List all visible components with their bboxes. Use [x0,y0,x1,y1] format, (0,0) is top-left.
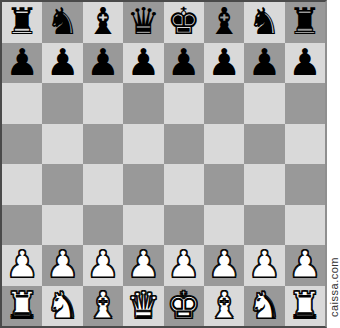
watermark-strip: caissa.com [327,0,340,328]
square-e3[interactable] [164,205,204,246]
square-b6[interactable] [42,83,82,124]
square-e6[interactable] [164,83,204,124]
square-e7[interactable]: ♟ [164,43,204,84]
square-g1[interactable]: ♞ [244,286,284,327]
black-pawn-piece[interactable]: ♟ [248,43,281,83]
square-f8[interactable]: ♝ [204,2,244,43]
square-d3[interactable] [123,205,163,246]
square-c5[interactable] [83,124,123,165]
square-b1[interactable]: ♞ [42,286,82,327]
black-rook-piece[interactable]: ♜ [6,2,39,42]
white-pawn-piece[interactable]: ♟ [127,245,160,285]
square-h7[interactable]: ♟ [285,43,325,84]
square-d6[interactable] [123,83,163,124]
square-e2[interactable]: ♟ [164,245,204,286]
black-queen-piece[interactable]: ♛ [127,2,160,42]
square-f5[interactable] [204,124,244,165]
square-a3[interactable] [2,205,42,246]
black-pawn-piece[interactable]: ♟ [6,43,39,83]
white-bishop-piece[interactable]: ♝ [207,286,240,326]
square-h1[interactable]: ♜ [285,286,325,327]
black-bishop-piece[interactable]: ♝ [86,2,119,42]
square-f4[interactable] [204,164,244,205]
square-a1[interactable]: ♜ [2,286,42,327]
square-d8[interactable]: ♛ [123,2,163,43]
white-pawn-piece[interactable]: ♟ [6,245,39,285]
black-bishop-piece[interactable]: ♝ [207,2,240,42]
square-c6[interactable] [83,83,123,124]
white-bishop-piece[interactable]: ♝ [86,286,119,326]
square-c7[interactable]: ♟ [83,43,123,84]
square-f2[interactable]: ♟ [204,245,244,286]
white-rook-piece[interactable]: ♜ [6,286,39,326]
square-e1[interactable]: ♚ [164,286,204,327]
square-f3[interactable] [204,205,244,246]
square-b5[interactable] [42,124,82,165]
square-g8[interactable]: ♞ [244,2,284,43]
square-g7[interactable]: ♟ [244,43,284,84]
square-b2[interactable]: ♟ [42,245,82,286]
black-rook-piece[interactable]: ♜ [288,2,321,42]
white-pawn-piece[interactable]: ♟ [207,245,240,285]
white-pawn-piece[interactable]: ♟ [167,245,200,285]
square-a8[interactable]: ♜ [2,2,42,43]
square-c2[interactable]: ♟ [83,245,123,286]
chess-board: ♜♞♝♛♚♝♞♜♟♟♟♟♟♟♟♟♟♟♟♟♟♟♟♟♜♞♝♛♚♝♞♜ [0,0,327,328]
square-h4[interactable] [285,164,325,205]
square-a4[interactable] [2,164,42,205]
square-b8[interactable]: ♞ [42,2,82,43]
white-knight-piece[interactable]: ♞ [248,286,281,326]
square-a2[interactable]: ♟ [2,245,42,286]
square-b3[interactable] [42,205,82,246]
square-h3[interactable] [285,205,325,246]
square-b7[interactable]: ♟ [42,43,82,84]
white-pawn-piece[interactable]: ♟ [288,245,321,285]
square-e4[interactable] [164,164,204,205]
square-c4[interactable] [83,164,123,205]
square-c1[interactable]: ♝ [83,286,123,327]
square-c3[interactable] [83,205,123,246]
black-knight-piece[interactable]: ♞ [46,2,79,42]
square-a6[interactable] [2,83,42,124]
square-g6[interactable] [244,83,284,124]
square-e8[interactable]: ♚ [164,2,204,43]
black-king-piece[interactable]: ♚ [167,2,200,42]
black-pawn-piece[interactable]: ♟ [207,43,240,83]
white-pawn-piece[interactable]: ♟ [46,245,79,285]
square-g4[interactable] [244,164,284,205]
square-g2[interactable]: ♟ [244,245,284,286]
square-g5[interactable] [244,124,284,165]
square-f1[interactable]: ♝ [204,286,244,327]
caissa-watermark: caissa.com [328,257,340,317]
white-king-piece[interactable]: ♚ [167,286,200,326]
square-a7[interactable]: ♟ [2,43,42,84]
black-pawn-piece[interactable]: ♟ [127,43,160,83]
square-d1[interactable]: ♛ [123,286,163,327]
white-pawn-piece[interactable]: ♟ [248,245,281,285]
black-pawn-piece[interactable]: ♟ [167,43,200,83]
square-d5[interactable] [123,124,163,165]
white-queen-piece[interactable]: ♛ [127,286,160,326]
black-pawn-piece[interactable]: ♟ [46,43,79,83]
square-c8[interactable]: ♝ [83,2,123,43]
square-h2[interactable]: ♟ [285,245,325,286]
square-h8[interactable]: ♜ [285,2,325,43]
square-f6[interactable] [204,83,244,124]
square-h6[interactable] [285,83,325,124]
square-a5[interactable] [2,124,42,165]
square-d4[interactable] [123,164,163,205]
square-d2[interactable]: ♟ [123,245,163,286]
black-pawn-piece[interactable]: ♟ [86,43,119,83]
white-rook-piece[interactable]: ♜ [288,286,321,326]
black-knight-piece[interactable]: ♞ [248,2,281,42]
white-knight-piece[interactable]: ♞ [46,286,79,326]
chess-board-screenshot: ♜♞♝♛♚♝♞♜♟♟♟♟♟♟♟♟♟♟♟♟♟♟♟♟♜♞♝♛♚♝♞♜ caissa.… [0,0,340,328]
square-b4[interactable] [42,164,82,205]
square-e5[interactable] [164,124,204,165]
square-g3[interactable] [244,205,284,246]
square-d7[interactable]: ♟ [123,43,163,84]
black-pawn-piece[interactable]: ♟ [288,43,321,83]
square-h5[interactable] [285,124,325,165]
square-f7[interactable]: ♟ [204,43,244,84]
white-pawn-piece[interactable]: ♟ [86,245,119,285]
